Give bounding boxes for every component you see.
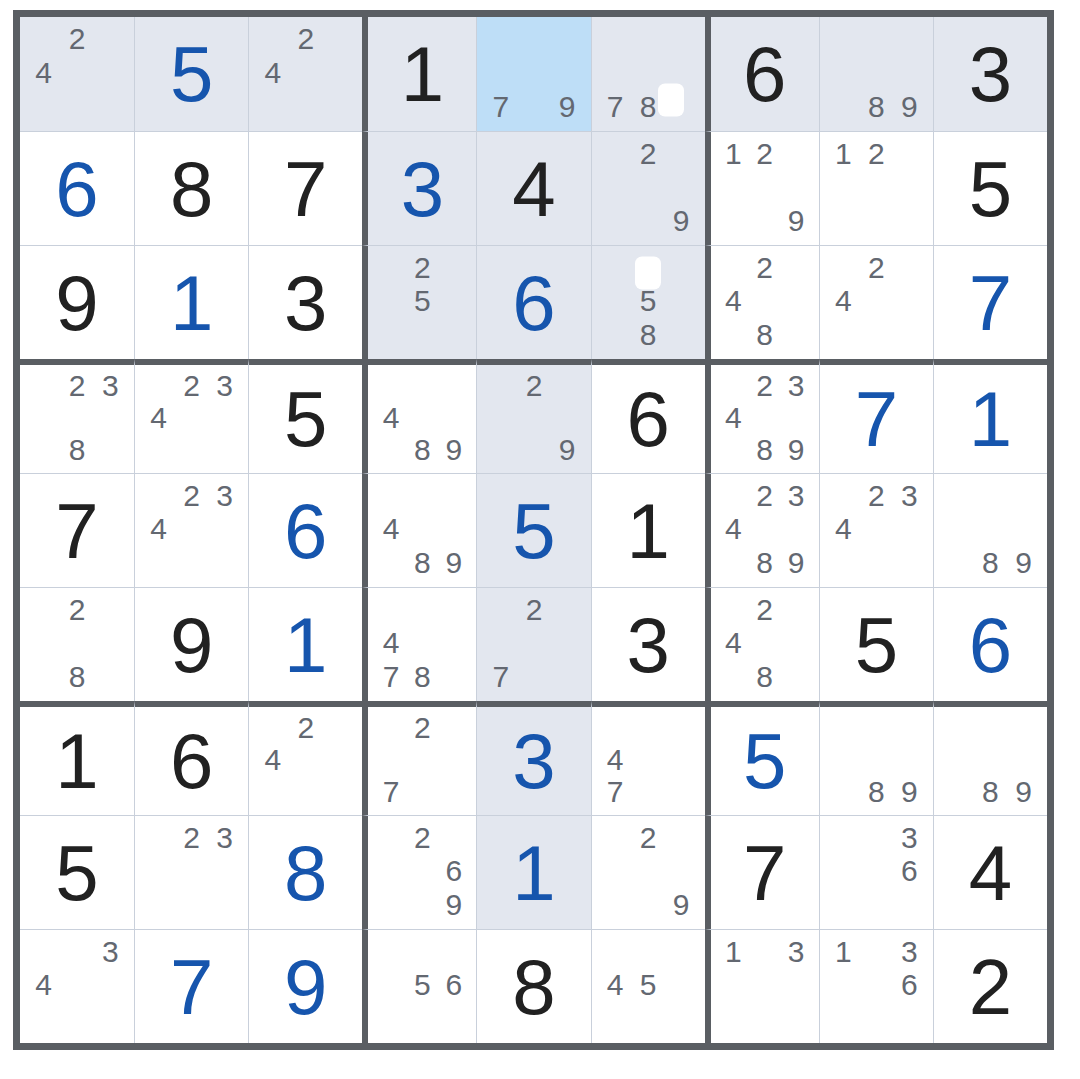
pencil-mark-4: 4 [375,402,406,434]
pencil-mark-8: 8 [60,660,93,694]
pencil-marks: 234 [135,474,248,587]
pencil-mark-2: 2 [289,712,322,744]
pencil-mark-9: 9 [780,204,811,238]
pencil-marks: 23 [135,816,248,929]
pencil-marks: 45 [592,930,705,1043]
pencil-mark-4: 4 [827,513,860,547]
cell-r6c6[interactable]: 3 [591,587,705,701]
pencil-mark-3: 3 [94,935,127,969]
pencil-mark-2: 2 [749,370,780,402]
pencil-mark-6: 6 [438,969,469,1003]
pencil-mark-8: 8 [860,776,893,808]
user-digit: 1 [170,264,213,342]
pencil-mark-3: 3 [208,821,241,855]
pencil-mark-8: 8 [749,546,780,580]
given-digit: 5 [855,606,898,684]
cell-r3c8[interactable]: 24 [819,245,933,359]
cell-r2c8[interactable]: 12 [819,131,933,245]
cell-r4c3[interactable]: 5 [248,359,362,473]
pencil-mark-9: 9 [438,546,469,580]
cell-r3c4[interactable]: 25 [362,245,476,359]
pencil-mark-2: 2 [175,479,208,513]
pencil-mark-9: 9 [1007,546,1040,580]
pencil-marks: 234 [135,365,248,473]
pencil-mark-2: 2 [60,593,93,627]
cell-r9c7[interactable]: 13 [705,929,819,1043]
cell-r9c2[interactable]: 7 [134,929,248,1043]
pencil-mark-3: 3 [893,479,926,513]
cell-r6c2[interactable]: 9 [134,587,248,701]
pencil-mark-7: 7 [484,660,517,694]
pencil-mark-2: 2 [860,479,893,513]
user-digit: 7 [855,380,898,458]
given-digit: 5 [55,834,98,912]
pencil-marks: 56 [368,930,476,1043]
pencil-marks: 79 [477,17,590,131]
pencil-mark-1: 1 [827,935,860,969]
pencil-mark-9: 9 [893,90,926,124]
user-digit: 8 [284,834,327,912]
pencil-mark-2: 2 [517,593,550,627]
sudoku-screen: 2452417978689368734291291259132565824824… [0,0,1080,1079]
cell-r8c1[interactable]: 5 [20,815,134,929]
pencil-mark-2: 2 [860,251,893,285]
cell-r4c1[interactable]: 238 [20,359,134,473]
pencil-mark-2: 2 [175,821,208,855]
cell-r6c8[interactable]: 5 [819,587,933,701]
pencil-mark-2: 2 [632,137,665,171]
pencil-mark-8: 8 [749,660,780,694]
pencil-mark-4: 4 [599,969,632,1003]
cell-r4c4[interactable]: 489 [362,359,476,473]
cell-r8c4[interactable]: 269 [362,815,476,929]
pencil-mark-4: 4 [375,513,406,547]
cell-r2c3[interactable]: 7 [248,131,362,245]
user-digit: 6 [284,492,327,570]
pencil-marks: 29 [592,816,705,929]
cell-r3c1[interactable]: 9 [20,245,134,359]
cell-r5c5[interactable]: 5 [476,473,590,587]
given-digit: 9 [55,264,98,342]
pencil-mark-2: 2 [175,370,208,402]
pencil-mark-2: 2 [749,593,780,627]
pencil-mark-9: 9 [1007,776,1040,808]
user-digit: 6 [969,606,1012,684]
given-digit: 1 [626,492,669,570]
pencil-mark-4: 4 [599,744,632,776]
erased-mark-artifact [658,84,684,117]
pencil-mark-4: 4 [27,969,60,1003]
given-digit: 6 [743,35,786,113]
pencil-mark-4: 4 [256,744,289,776]
cell-r4c8[interactable]: 7 [819,359,933,473]
pencil-mark-4: 4 [256,56,289,90]
user-digit: 5 [170,35,213,113]
cell-r9c5[interactable]: 8 [476,929,590,1043]
cell-r2c1[interactable]: 6 [20,131,134,245]
pencil-mark-2: 2 [860,137,893,171]
given-digit: 4 [512,150,555,228]
cell-r7c9[interactable]: 89 [933,701,1047,815]
pencil-mark-3: 3 [780,370,811,402]
user-digit: 1 [284,606,327,684]
cell-r1c1[interactable]: 24 [20,17,134,131]
cell-r6c9[interactable]: 6 [933,587,1047,701]
pencil-mark-3: 3 [208,479,241,513]
pencil-mark-9: 9 [893,776,926,808]
cell-r3c6[interactable]: 58 [591,245,705,359]
cell-r9c8[interactable]: 136 [819,929,933,1043]
pencil-mark-9: 9 [551,434,584,466]
pencil-mark-8: 8 [632,318,665,352]
cell-r5c2[interactable]: 234 [134,473,248,587]
pencil-marks: 269 [368,816,476,929]
pencil-mark-4: 4 [718,513,749,547]
cell-r7c7[interactable]: 5 [705,701,819,815]
pencil-mark-8: 8 [974,546,1007,580]
given-digit: 2 [969,948,1012,1026]
pencil-mark-4: 4 [142,402,175,434]
pencil-mark-3: 3 [780,935,811,969]
pencil-mark-4: 4 [27,56,60,90]
cell-r1c5[interactable]: 79 [476,17,590,131]
pencil-marks: 13 [711,930,819,1043]
pencil-mark-2: 2 [407,821,438,855]
pencil-marks: 23489 [711,474,819,587]
user-digit: 7 [170,948,213,1026]
cell-r1c8[interactable]: 89 [819,17,933,131]
cell-r5c8[interactable]: 234 [819,473,933,587]
cell-r7c5[interactable]: 3 [476,701,590,815]
cell-r4c5[interactable]: 29 [476,359,590,473]
cell-r3c5[interactable]: 6 [476,245,590,359]
pencil-marks: 29 [477,365,590,473]
pencil-mark-2: 2 [749,251,780,285]
pencil-marks: 25 [368,246,476,359]
cell-r3c2[interactable]: 1 [134,245,248,359]
given-digit: 6 [626,380,669,458]
pencil-marks: 24 [820,246,933,359]
cell-r2c2[interactable]: 8 [134,131,248,245]
pencil-mark-4: 4 [827,285,860,319]
pencil-mark-9: 9 [438,434,469,466]
given-digit: 6 [170,722,213,800]
pencil-mark-2: 2 [60,370,93,402]
cell-r4c2[interactable]: 234 [134,359,248,473]
cell-r2c4[interactable]: 3 [362,131,476,245]
cell-r8c2[interactable]: 23 [134,815,248,929]
pencil-marks: 28 [20,588,134,701]
pencil-mark-8: 8 [860,90,893,124]
pencil-marks: 24 [249,17,362,131]
given-digit: 1 [55,722,98,800]
pencil-marks: 136 [820,930,933,1043]
cell-r5c6[interactable]: 1 [591,473,705,587]
pencil-mark-8: 8 [60,434,93,466]
cell-r1c4[interactable]: 1 [362,17,476,131]
cell-r6c4[interactable]: 478 [362,587,476,701]
pencil-mark-1: 1 [718,935,749,969]
cell-r7c1[interactable]: 1 [20,701,134,815]
pencil-marks: 89 [934,707,1047,815]
user-digit: 5 [512,492,555,570]
cell-r8c5[interactable]: 1 [476,815,590,929]
pencil-mark-2: 2 [407,251,438,285]
given-digit: 8 [170,150,213,228]
pencil-mark-3: 3 [893,935,926,969]
user-digit: 3 [512,722,555,800]
cell-r7c4[interactable]: 27 [362,701,476,815]
given-digit: 7 [284,150,327,228]
pencil-marks: 47 [592,707,705,815]
cell-r8c3[interactable]: 8 [248,815,362,929]
pencil-mark-6: 6 [893,969,926,1003]
user-digit: 5 [743,722,786,800]
pencil-marks: 12 [820,132,933,245]
cell-r2c5[interactable]: 4 [476,131,590,245]
given-digit: 3 [284,264,327,342]
given-digit: 3 [969,35,1012,113]
cell-r3c7[interactable]: 248 [705,245,819,359]
cell-r5c1[interactable]: 7 [20,473,134,587]
pencil-marks: 489 [368,474,476,587]
pencil-marks: 36 [820,816,933,929]
pencil-marks: 89 [934,474,1047,587]
sudoku-board: 2452417978689368734291291259132565824824… [13,10,1054,1050]
pencil-mark-5: 5 [407,285,438,319]
pencil-mark-3: 3 [893,821,926,855]
pencil-mark-8: 8 [749,434,780,466]
cell-r4c6[interactable]: 6 [591,359,705,473]
pencil-mark-9: 9 [551,90,584,124]
erased-mark-artifact [635,257,661,290]
pencil-mark-7: 7 [375,776,406,808]
pencil-mark-3: 3 [780,479,811,513]
cell-r2c9[interactable]: 5 [933,131,1047,245]
given-digit: 5 [969,150,1012,228]
user-digit: 1 [512,834,555,912]
cell-r7c3[interactable]: 24 [248,701,362,815]
pencil-marks: 478 [368,588,476,701]
pencil-marks: 248 [711,588,819,701]
given-digit: 4 [969,834,1012,912]
pencil-mark-8: 8 [407,546,438,580]
user-digit: 6 [512,264,555,342]
cell-r9c9[interactable]: 2 [933,929,1047,1043]
cell-r6c3[interactable]: 1 [248,587,362,701]
pencil-marks: 234 [820,474,933,587]
user-digit: 1 [969,380,1012,458]
pencil-mark-3: 3 [208,370,241,402]
cell-r6c5[interactable]: 27 [476,587,590,701]
user-digit: 6 [55,150,98,228]
pencil-marks: 89 [820,17,933,131]
pencil-mark-8: 8 [749,318,780,352]
cell-r4c9[interactable]: 1 [933,359,1047,473]
pencil-mark-4: 4 [718,285,749,319]
pencil-mark-2: 2 [407,712,438,744]
pencil-marks: 23489 [711,365,819,473]
pencil-marks: 489 [368,365,476,473]
given-digit: 8 [512,948,555,1026]
pencil-mark-6: 6 [438,855,469,889]
pencil-mark-7: 7 [599,776,632,808]
pencil-mark-7: 7 [599,90,632,124]
cell-r1c6[interactable]: 78 [591,17,705,131]
pencil-marks: 27 [368,707,476,815]
pencil-marks: 34 [20,930,134,1043]
pencil-mark-1: 1 [827,137,860,171]
pencil-mark-2: 2 [517,370,550,402]
pencil-mark-8: 8 [407,434,438,466]
cell-r9c4[interactable]: 56 [362,929,476,1043]
pencil-marks: 78 [592,17,705,131]
pencil-mark-5: 5 [632,285,665,319]
given-digit: 7 [743,834,786,912]
pencil-mark-2: 2 [289,22,322,56]
pencil-mark-4: 4 [718,402,749,434]
user-digit: 3 [401,150,444,228]
pencil-mark-9: 9 [665,888,698,922]
given-digit: 7 [55,492,98,570]
pencil-marks: 24 [20,17,134,131]
cell-r2c7[interactable]: 129 [705,131,819,245]
pencil-mark-2: 2 [60,22,93,56]
pencil-mark-4: 4 [375,627,406,661]
cell-r1c9[interactable]: 3 [933,17,1047,131]
cell-r4c7[interactable]: 23489 [705,359,819,473]
given-digit: 9 [170,606,213,684]
pencil-mark-2: 2 [749,137,780,171]
cell-r5c4[interactable]: 489 [362,473,476,587]
pencil-mark-2: 2 [749,479,780,513]
cell-r1c2[interactable]: 5 [134,17,248,131]
pencil-mark-9: 9 [780,546,811,580]
cell-r7c6[interactable]: 47 [591,701,705,815]
cell-r2c6[interactable]: 29 [591,131,705,245]
cell-r8c6[interactable]: 29 [591,815,705,929]
cell-r9c6[interactable]: 45 [591,929,705,1043]
given-digit: 1 [401,35,444,113]
pencil-mark-9: 9 [438,888,469,922]
pencil-marks: 238 [20,365,134,473]
given-digit: 5 [284,380,327,458]
pencil-mark-8: 8 [974,776,1007,808]
cell-r5c7[interactable]: 23489 [705,473,819,587]
pencil-marks: 27 [477,588,590,701]
cell-r8c7[interactable]: 7 [705,815,819,929]
cell-r5c3[interactable]: 6 [248,473,362,587]
cell-r7c8[interactable]: 89 [819,701,933,815]
cell-r9c1[interactable]: 34 [20,929,134,1043]
pencil-mark-7: 7 [375,660,406,694]
pencil-mark-5: 5 [632,969,665,1003]
given-digit: 3 [626,606,669,684]
cell-r1c7[interactable]: 6 [705,17,819,131]
pencil-marks: 248 [711,246,819,359]
pencil-mark-9: 9 [665,204,698,238]
cell-r7c2[interactable]: 6 [134,701,248,815]
user-digit: 7 [969,264,1012,342]
cell-r6c1[interactable]: 28 [20,587,134,701]
cell-r8c8[interactable]: 36 [819,815,933,929]
user-digit: 9 [284,948,327,1026]
cell-r6c7[interactable]: 248 [705,587,819,701]
pencil-mark-8: 8 [407,660,438,694]
cell-r3c3[interactable]: 3 [248,245,362,359]
cell-r3c9[interactable]: 7 [933,245,1047,359]
pencil-mark-6: 6 [893,855,926,889]
pencil-mark-5: 5 [407,969,438,1003]
pencil-marks: 24 [249,707,362,815]
cell-r8c9[interactable]: 4 [933,815,1047,929]
pencil-mark-2: 2 [632,821,665,855]
cell-r5c9[interactable]: 89 [933,473,1047,587]
pencil-marks: 89 [820,707,933,815]
pencil-mark-7: 7 [484,90,517,124]
pencil-marks: 129 [711,132,819,245]
pencil-mark-4: 4 [718,627,749,661]
cell-r1c3[interactable]: 24 [248,17,362,131]
pencil-mark-9: 9 [780,434,811,466]
pencil-mark-4: 4 [142,513,175,547]
cell-r9c3[interactable]: 9 [248,929,362,1043]
pencil-marks: 29 [592,132,705,245]
pencil-mark-1: 1 [718,137,749,171]
pencil-mark-3: 3 [94,370,127,402]
